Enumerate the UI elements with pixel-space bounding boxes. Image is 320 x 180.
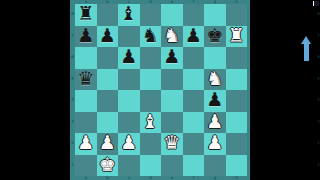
square-e2[interactable]: ♛	[161, 133, 183, 155]
square-b3[interactable]	[97, 112, 119, 134]
piece-black-queen-a5[interactable]: ♛	[77, 69, 94, 88]
square-f2[interactable]	[183, 133, 205, 155]
piece-black-bishop-c8[interactable]: ♝	[120, 4, 137, 23]
piece-white-knight-g5[interactable]: ♞	[206, 69, 223, 88]
square-f5[interactable]	[183, 69, 205, 91]
square-d1[interactable]	[140, 155, 162, 177]
piece-black-pawn-e6[interactable]: ♟	[163, 47, 180, 66]
square-c5[interactable]	[118, 69, 140, 91]
piece-white-pawn-g2[interactable]: ♟	[206, 133, 223, 152]
letterbox-left	[0, 0, 70, 180]
coord-label-g-file-bottom: g	[212, 176, 218, 180]
square-e6[interactable]: ♟	[161, 47, 183, 69]
coord-label-a-file-top: a	[83, 0, 89, 4]
coord-label-b-file-bottom: b	[105, 176, 111, 180]
square-d5[interactable]	[140, 69, 162, 91]
coord-label-e-file-bottom: e	[169, 176, 175, 180]
move-arrow-tail	[304, 43, 309, 61]
square-c1[interactable]	[118, 155, 140, 177]
square-h3[interactable]	[226, 112, 248, 134]
square-a5[interactable]: ♛	[75, 69, 97, 91]
square-h1[interactable]	[226, 155, 248, 177]
square-g8[interactable]	[204, 4, 226, 26]
square-c7[interactable]	[118, 26, 140, 48]
piece-black-rook-a8[interactable]: ♜	[77, 4, 94, 23]
square-c2[interactable]: ♟	[118, 133, 140, 155]
square-d3[interactable]: ♝	[140, 112, 162, 134]
square-c6[interactable]: ♟	[118, 47, 140, 69]
square-d4[interactable]	[140, 90, 162, 112]
square-b4[interactable]	[97, 90, 119, 112]
square-c4[interactable]	[118, 90, 140, 112]
square-h5[interactable]	[226, 69, 248, 91]
square-g5[interactable]: ♞	[204, 69, 226, 91]
coord-label-f-file-top: f	[191, 0, 197, 4]
square-b5[interactable]	[97, 69, 119, 91]
square-d8[interactable]	[140, 4, 162, 26]
coord-label-3-rank-left: 3	[70, 120, 75, 124]
coord-label-5-rank-left: 5	[70, 77, 75, 81]
square-b8[interactable]	[97, 4, 119, 26]
square-d2[interactable]	[140, 133, 162, 155]
square-b6[interactable]	[97, 47, 119, 69]
coord-label-h-file-top: h	[234, 0, 240, 4]
piece-black-pawn-f7[interactable]: ♟	[185, 26, 202, 45]
coord-label-6-rank-left: 6	[70, 55, 75, 59]
square-d7[interactable]: ♞	[140, 26, 162, 48]
square-g3[interactable]: ♟	[204, 112, 226, 134]
square-h8[interactable]	[226, 4, 248, 26]
square-f4[interactable]	[183, 90, 205, 112]
coord-label-c-file-top: c	[126, 0, 132, 4]
piece-white-pawn-c2[interactable]: ♟	[120, 133, 137, 152]
piece-white-rook-h7[interactable]: ♜	[228, 26, 245, 45]
piece-black-king-g7[interactable]: ♚	[206, 26, 223, 45]
chess-board: ♜♝♟♟♞♞♟♚♜♟♟♛♞♟♝♟♟♟♟♛♟♚ 8877665544332211a…	[70, 0, 250, 180]
piece-black-pawn-c6[interactable]: ♟	[120, 47, 137, 66]
coord-label-d-file-top: d	[148, 0, 154, 4]
square-b1[interactable]: ♚	[97, 155, 119, 177]
square-e8[interactable]	[161, 4, 183, 26]
coord-label-g-file-top: g	[212, 0, 218, 4]
coord-label-2-rank-left: 2	[70, 141, 75, 145]
coord-label-1-rank-left: 1	[70, 163, 75, 167]
square-g2[interactable]: ♟	[204, 133, 226, 155]
piece-white-pawn-g3[interactable]: ♟	[206, 112, 223, 131]
square-g4[interactable]: ♟	[204, 90, 226, 112]
square-e1[interactable]	[161, 155, 183, 177]
square-a1[interactable]	[75, 155, 97, 177]
square-g1[interactable]	[204, 155, 226, 177]
square-a3[interactable]	[75, 112, 97, 134]
square-e4[interactable]	[161, 90, 183, 112]
coord-label-a-file-bottom: a	[83, 176, 89, 180]
square-f6[interactable]	[183, 47, 205, 69]
coord-label-b-file-top: b	[105, 0, 111, 4]
letterbox-right	[250, 0, 320, 180]
piece-black-pawn-g4[interactable]: ♟	[206, 90, 223, 109]
coord-label-4-rank-left: 4	[70, 98, 75, 102]
square-h7[interactable]: ♜	[226, 26, 248, 48]
piece-white-pawn-a2[interactable]: ♟	[77, 133, 94, 152]
square-h6[interactable]	[226, 47, 248, 69]
square-f1[interactable]	[183, 155, 205, 177]
piece-black-pawn-b7[interactable]: ♟	[99, 26, 116, 45]
piece-white-knight-e7[interactable]: ♞	[163, 26, 180, 45]
square-a2[interactable]: ♟	[75, 133, 97, 155]
corner-artifact	[313, 1, 319, 6]
piece-white-bishop-d3[interactable]: ♝	[142, 112, 159, 131]
coord-label-8-rank-left: 8	[70, 12, 75, 16]
square-b7[interactable]: ♟	[97, 26, 119, 48]
square-a6[interactable]	[75, 47, 97, 69]
square-e5[interactable]	[161, 69, 183, 91]
coord-label-7-rank-left: 7	[70, 34, 75, 38]
piece-black-knight-d7[interactable]: ♞	[142, 26, 159, 45]
piece-white-queen-e2[interactable]: ♛	[163, 133, 180, 152]
square-e7[interactable]: ♞	[161, 26, 183, 48]
square-g6[interactable]	[204, 47, 226, 69]
piece-white-pawn-b2[interactable]: ♟	[99, 133, 116, 152]
square-b2[interactable]: ♟	[97, 133, 119, 155]
square-g7[interactable]: ♚	[204, 26, 226, 48]
square-a4[interactable]	[75, 90, 97, 112]
piece-white-king-b1[interactable]: ♚	[99, 155, 116, 174]
board-grid: ♜♝♟♟♞♞♟♚♜♟♟♛♞♟♝♟♟♟♟♛♟♚	[75, 4, 247, 176]
square-c3[interactable]	[118, 112, 140, 134]
coord-label-h-file-bottom: h	[234, 176, 240, 180]
square-h4[interactable]	[226, 90, 248, 112]
coord-label-f-file-bottom: f	[191, 176, 197, 180]
square-a7[interactable]: ♟	[75, 26, 97, 48]
coord-label-e-file-top: e	[169, 0, 175, 4]
square-h2[interactable]	[226, 133, 248, 155]
square-c8[interactable]: ♝	[118, 4, 140, 26]
square-f8[interactable]	[183, 4, 205, 26]
square-a8[interactable]: ♜	[75, 4, 97, 26]
square-e3[interactable]	[161, 112, 183, 134]
coord-label-d-file-bottom: d	[148, 176, 154, 180]
square-d6[interactable]	[140, 47, 162, 69]
coord-label-c-file-bottom: c	[126, 176, 132, 180]
square-f7[interactable]: ♟	[183, 26, 205, 48]
square-f3[interactable]	[183, 112, 205, 134]
piece-black-pawn-a7[interactable]: ♟	[77, 26, 94, 45]
